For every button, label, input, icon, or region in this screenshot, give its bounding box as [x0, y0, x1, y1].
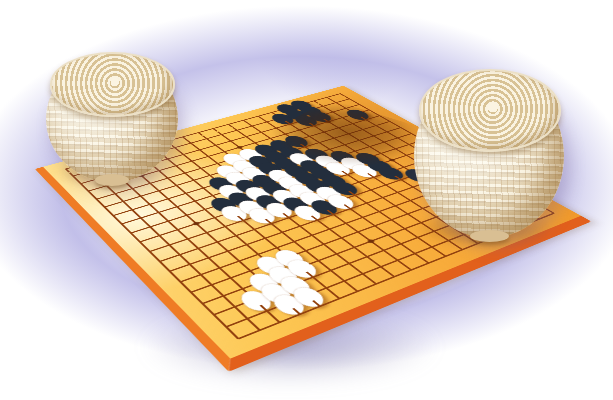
bowl-lid-left: [50, 52, 175, 116]
stone-bowl-left: [46, 56, 178, 182]
stone-bowl-right: [414, 74, 564, 238]
bowl-lid-right: [419, 69, 561, 152]
go-photo-stage: ●●●●●●●●●●●●●●●●●●●●●●●●●●●●●●●●●●●●●●●●…: [0, 0, 613, 400]
